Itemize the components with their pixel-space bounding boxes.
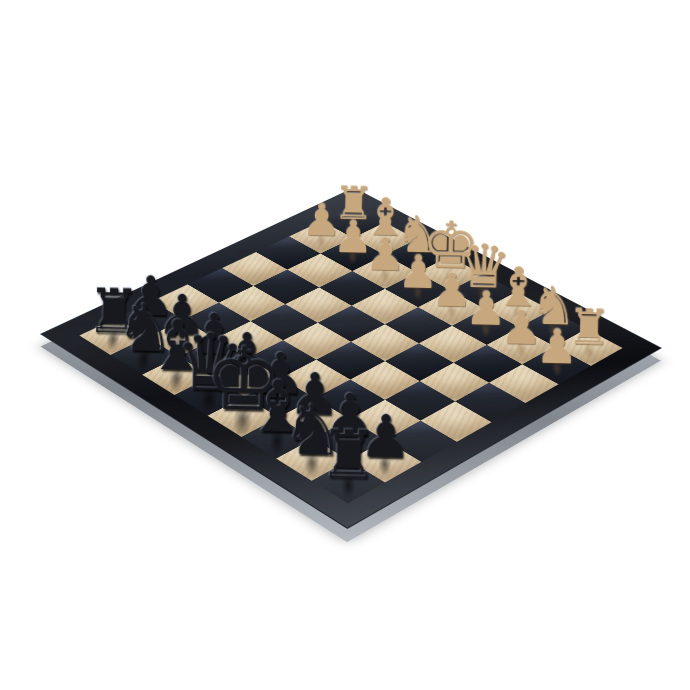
pawn-glyph: ♟ [535,324,579,369]
chess-board: ♜♞♝♛♚♝♞♜♟♟♟♟♟♟♟♟♟♟♟♟♟♟♟♟♜♝♞♚♛♝♞♜ [40,187,662,528]
rook-glyph: ♜ [319,423,380,485]
board-3d-scene: ♜♞♝♛♚♝♞♜♟♟♟♟♟♟♟♟♟♟♟♟♟♟♟♟♜♝♞♚♛♝♞♜ [0,0,690,690]
chess-set-photo: ♜♞♝♛♚♝♞♜♟♟♟♟♟♟♟♟♟♟♟♟♟♟♟♟♜♝♞♚♛♝♞♜ [0,0,690,690]
